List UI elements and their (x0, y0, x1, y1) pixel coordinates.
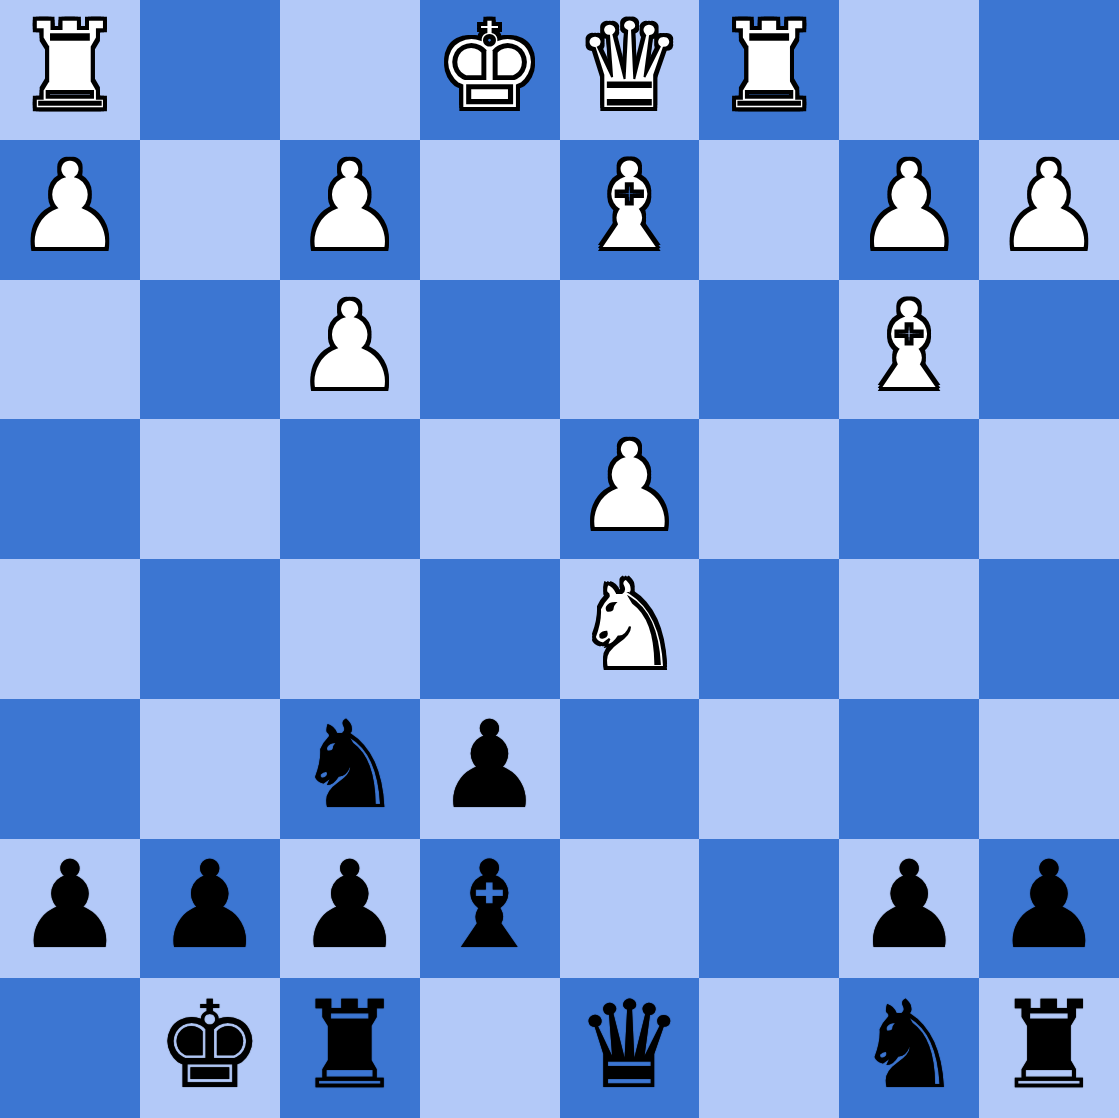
black-pawn-piece[interactable]: ♟ (435, 705, 543, 826)
square-g5[interactable] (140, 559, 280, 699)
square-e7[interactable]: ♝ (420, 839, 560, 979)
square-d8[interactable]: ♛ (560, 978, 700, 1118)
square-e3[interactable] (420, 280, 560, 420)
square-c6[interactable] (699, 699, 839, 839)
square-b6[interactable] (839, 699, 979, 839)
white-pawn-piece[interactable]: ♟ (995, 146, 1103, 267)
chess-board: ♜♚♛♜♟♟♝♟♟♟♝♟♞♞♟♟♟♟♝♟♟♚♜♛♞♜ (0, 0, 1119, 1118)
square-e8[interactable] (420, 978, 560, 1118)
square-b1[interactable] (839, 0, 979, 140)
square-c5[interactable] (699, 559, 839, 699)
square-f4[interactable] (280, 419, 420, 559)
white-bishop-piece[interactable]: ♝ (575, 146, 683, 267)
square-e6[interactable]: ♟ (420, 699, 560, 839)
white-rook-piece[interactable]: ♜ (715, 6, 823, 127)
square-d7[interactable] (560, 839, 700, 979)
white-queen-piece[interactable]: ♛ (575, 6, 683, 127)
square-g8[interactable]: ♚ (140, 978, 280, 1118)
square-a7[interactable]: ♟ (979, 839, 1119, 979)
square-d5[interactable]: ♞ (560, 559, 700, 699)
white-pawn-piece[interactable]: ♟ (295, 146, 403, 267)
black-pawn-piece[interactable]: ♟ (295, 845, 403, 966)
square-f6[interactable]: ♞ (280, 699, 420, 839)
square-h2[interactable]: ♟ (0, 140, 140, 280)
square-a8[interactable]: ♜ (979, 978, 1119, 1118)
square-h5[interactable] (0, 559, 140, 699)
square-e1[interactable]: ♚ (420, 0, 560, 140)
square-f7[interactable]: ♟ (280, 839, 420, 979)
square-f8[interactable]: ♜ (280, 978, 420, 1118)
black-rook-piece[interactable]: ♜ (995, 985, 1103, 1106)
square-d6[interactable] (560, 699, 700, 839)
white-knight-piece[interactable]: ♞ (575, 565, 683, 686)
square-b2[interactable]: ♟ (839, 140, 979, 280)
square-f3[interactable]: ♟ (280, 280, 420, 420)
square-c4[interactable] (699, 419, 839, 559)
square-a4[interactable] (979, 419, 1119, 559)
square-c2[interactable] (699, 140, 839, 280)
square-h3[interactable] (0, 280, 140, 420)
white-pawn-piece[interactable]: ♟ (855, 146, 963, 267)
square-c1[interactable]: ♜ (699, 0, 839, 140)
black-queen-piece[interactable]: ♛ (575, 985, 683, 1106)
square-g6[interactable] (140, 699, 280, 839)
square-a1[interactable] (979, 0, 1119, 140)
square-g7[interactable]: ♟ (140, 839, 280, 979)
square-c8[interactable] (699, 978, 839, 1118)
square-h4[interactable] (0, 419, 140, 559)
white-pawn-piece[interactable]: ♟ (16, 146, 124, 267)
square-b4[interactable] (839, 419, 979, 559)
square-f5[interactable] (280, 559, 420, 699)
square-d3[interactable] (560, 280, 700, 420)
black-pawn-piece[interactable]: ♟ (16, 845, 124, 966)
square-c7[interactable] (699, 839, 839, 979)
square-d4[interactable]: ♟ (560, 419, 700, 559)
white-bishop-piece[interactable]: ♝ (855, 286, 963, 407)
square-a2[interactable]: ♟ (979, 140, 1119, 280)
square-g3[interactable] (140, 280, 280, 420)
square-d2[interactable]: ♝ (560, 140, 700, 280)
square-g2[interactable] (140, 140, 280, 280)
square-b8[interactable]: ♞ (839, 978, 979, 1118)
square-d1[interactable]: ♛ (560, 0, 700, 140)
square-f1[interactable] (280, 0, 420, 140)
white-rook-piece[interactable]: ♜ (16, 6, 124, 127)
square-b5[interactable] (839, 559, 979, 699)
square-b7[interactable]: ♟ (839, 839, 979, 979)
white-king-piece[interactable]: ♚ (435, 6, 543, 127)
black-knight-piece[interactable]: ♞ (855, 985, 963, 1106)
square-h8[interactable] (0, 978, 140, 1118)
square-h1[interactable]: ♜ (0, 0, 140, 140)
square-b3[interactable]: ♝ (839, 280, 979, 420)
white-pawn-piece[interactable]: ♟ (575, 426, 683, 547)
square-h6[interactable] (0, 699, 140, 839)
black-pawn-piece[interactable]: ♟ (156, 845, 264, 966)
square-a3[interactable] (979, 280, 1119, 420)
black-pawn-piece[interactable]: ♟ (995, 845, 1103, 966)
square-h7[interactable]: ♟ (0, 839, 140, 979)
square-a5[interactable] (979, 559, 1119, 699)
square-e5[interactable] (420, 559, 560, 699)
square-c3[interactable] (699, 280, 839, 420)
square-g1[interactable] (140, 0, 280, 140)
black-bishop-piece[interactable]: ♝ (435, 845, 543, 966)
white-pawn-piece[interactable]: ♟ (295, 286, 403, 407)
black-rook-piece[interactable]: ♜ (295, 985, 403, 1106)
square-e4[interactable] (420, 419, 560, 559)
black-pawn-piece[interactable]: ♟ (855, 845, 963, 966)
square-e2[interactable] (420, 140, 560, 280)
square-a6[interactable] (979, 699, 1119, 839)
black-king-piece[interactable]: ♚ (156, 985, 264, 1106)
square-g4[interactable] (140, 419, 280, 559)
black-knight-piece[interactable]: ♞ (295, 705, 403, 826)
square-f2[interactable]: ♟ (280, 140, 420, 280)
